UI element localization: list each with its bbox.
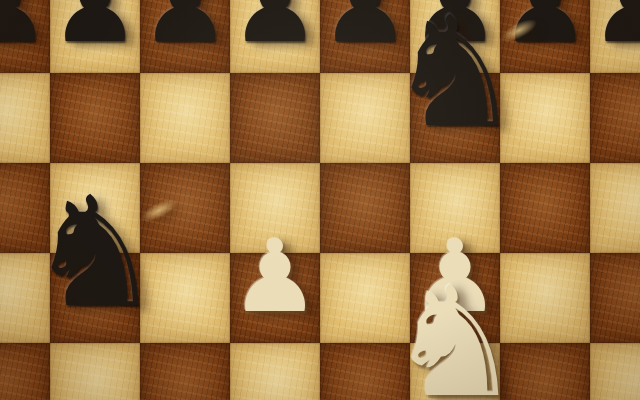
square-d6[interactable] [230,73,320,163]
black-pawn[interactable]: ♟ [230,0,320,57]
black-knight[interactable]: ♞ [27,177,163,329]
square-e5[interactable] [320,163,410,253]
square-h5[interactable] [590,163,640,253]
square-a7[interactable]: ♟ [0,0,50,73]
square-h6[interactable] [590,73,640,163]
square-h7[interactable]: ♟ [590,0,640,73]
square-f3[interactable]: ♞ [410,343,500,400]
square-f6[interactable]: ♞ [410,73,500,163]
chess-app-screenshot: ♟♟♟♟♟♟♟♟♞♞♟♟♞ [0,0,640,400]
square-b3[interactable] [50,343,140,400]
square-b4[interactable]: ♞ [50,253,140,343]
square-d4[interactable]: ♟ [230,253,320,343]
chess-board: ♟♟♟♟♟♟♟♟♞♞♟♟♞ [0,0,640,400]
black-pawn[interactable]: ♟ [50,0,140,57]
square-c3[interactable] [140,343,230,400]
square-h4[interactable] [590,253,640,343]
square-a6[interactable] [0,73,50,163]
square-b6[interactable] [50,73,140,163]
square-c7[interactable]: ♟ [140,0,230,73]
square-a3[interactable] [0,343,50,400]
black-pawn[interactable]: ♟ [0,0,50,57]
black-pawn[interactable]: ♟ [140,0,230,57]
black-knight[interactable]: ♞ [387,0,523,149]
white-knight[interactable]: ♞ [387,267,523,400]
square-b7[interactable]: ♟ [50,0,140,73]
square-c6[interactable] [140,73,230,163]
square-d7[interactable]: ♟ [230,0,320,73]
white-pawn[interactable]: ♟ [230,227,320,327]
black-pawn[interactable]: ♟ [590,0,640,57]
square-d3[interactable] [230,343,320,400]
square-g5[interactable] [500,163,590,253]
square-h3[interactable] [590,343,640,400]
